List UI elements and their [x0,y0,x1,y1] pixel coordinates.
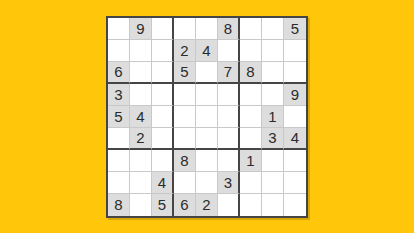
sudoku-cell-r9c7[interactable] [240,194,262,216]
sudoku-cell-r8c4[interactable] [174,172,196,194]
sudoku-cell-r3c3[interactable] [152,62,174,84]
sudoku-cell-r7c9[interactable] [284,150,306,172]
sudoku-cell-r9c3: 5 [152,194,174,216]
sudoku-cell-r4c3[interactable] [152,84,174,106]
sudoku-cell-r9c1: 8 [108,194,130,216]
sudoku-cell-r2c3[interactable] [152,40,174,62]
sudoku-cell-r1c4[interactable] [174,18,196,40]
sudoku-cell-r8c5[interactable] [196,172,218,194]
sudoku-cell-r6c9: 4 [284,128,306,150]
sudoku-cell-r2c1[interactable] [108,40,130,62]
sudoku-cell-r9c9[interactable] [284,194,306,216]
sudoku-cell-r1c2: 9 [130,18,152,40]
sudoku-cell-r4c8[interactable] [262,84,284,106]
sudoku-cell-r7c4: 8 [174,150,196,172]
sudoku-cell-r2c2[interactable] [130,40,152,62]
sudoku-cell-r5c9[interactable] [284,106,306,128]
sudoku-cell-r2c6[interactable] [218,40,240,62]
sudoku-cell-r9c6[interactable] [218,194,240,216]
sudoku-cell-r3c7: 8 [240,62,262,84]
sudoku-cell-r7c5[interactable] [196,150,218,172]
sudoku-cell-r7c1[interactable] [108,150,130,172]
sudoku-cell-r9c2[interactable] [130,194,152,216]
sudoku-cell-r9c5: 2 [196,194,218,216]
sudoku-cell-r8c8[interactable] [262,172,284,194]
sudoku-cell-r4c1: 3 [108,84,130,106]
sudoku-cell-r5c2: 4 [130,106,152,128]
sudoku-cell-r4c5[interactable] [196,84,218,106]
sudoku-cell-r2c5: 4 [196,40,218,62]
sudoku-cell-r1c3[interactable] [152,18,174,40]
sudoku-cell-r6c1[interactable] [108,128,130,150]
sudoku-cell-r5c1: 5 [108,106,130,128]
sudoku-cell-r2c4: 2 [174,40,196,62]
sudoku-cell-r6c4[interactable] [174,128,196,150]
sudoku-cell-r7c7: 1 [240,150,262,172]
sudoku-cell-r6c8: 3 [262,128,284,150]
sudoku-cell-r8c3: 4 [152,172,174,194]
sudoku-cell-r4c2[interactable] [130,84,152,106]
sudoku-cell-r1c1[interactable] [108,18,130,40]
sudoku-cell-r5c6[interactable] [218,106,240,128]
sudoku-cell-r6c3[interactable] [152,128,174,150]
sudoku-cell-r6c6[interactable] [218,128,240,150]
sudoku-cell-r7c2[interactable] [130,150,152,172]
sudoku-cell-r8c2[interactable] [130,172,152,194]
sudoku-cell-r8c6: 3 [218,172,240,194]
sudoku-cell-r3c9[interactable] [284,62,306,84]
sudoku-cell-r2c7[interactable] [240,40,262,62]
sudoku-cell-r6c2: 2 [130,128,152,150]
sudoku-cell-r3c5[interactable] [196,62,218,84]
sudoku-cell-r3c6: 7 [218,62,240,84]
sudoku-cell-r7c8[interactable] [262,150,284,172]
sudoku-cell-r4c7[interactable] [240,84,262,106]
sudoku-cell-r8c7[interactable] [240,172,262,194]
sudoku-cell-r1c7[interactable] [240,18,262,40]
sudoku-cell-r5c4[interactable] [174,106,196,128]
sudoku-cell-r5c8: 1 [262,106,284,128]
sudoku-cell-r1c6: 8 [218,18,240,40]
sudoku-cell-r6c7[interactable] [240,128,262,150]
sudoku-cell-r5c5[interactable] [196,106,218,128]
sudoku-cell-r4c4[interactable] [174,84,196,106]
sudoku-cell-r9c4: 6 [174,194,196,216]
sudoku-cell-r2c8[interactable] [262,40,284,62]
sudoku-cell-r6c5[interactable] [196,128,218,150]
sudoku-cell-r3c8[interactable] [262,62,284,84]
sudoku-cell-r7c3[interactable] [152,150,174,172]
sudoku-cell-r4c6[interactable] [218,84,240,106]
sudoku-cell-r5c7[interactable] [240,106,262,128]
sudoku-cell-r5c3[interactable] [152,106,174,128]
sudoku-cell-r3c4: 5 [174,62,196,84]
sudoku-cell-r9c8[interactable] [262,194,284,216]
sudoku-cell-r3c1: 6 [108,62,130,84]
sudoku-cell-r8c1[interactable] [108,172,130,194]
sudoku-cell-r1c8[interactable] [262,18,284,40]
sudoku-cell-r3c2[interactable] [130,62,152,84]
sudoku-cell-r1c5[interactable] [196,18,218,40]
sudoku-board: 9852465783954123481438562 [106,16,308,218]
sudoku-cell-r1c9: 5 [284,18,306,40]
sudoku-cell-r7c6[interactable] [218,150,240,172]
sudoku-cell-r2c9[interactable] [284,40,306,62]
sudoku-cell-r4c9: 9 [284,84,306,106]
sudoku-cell-r8c9[interactable] [284,172,306,194]
